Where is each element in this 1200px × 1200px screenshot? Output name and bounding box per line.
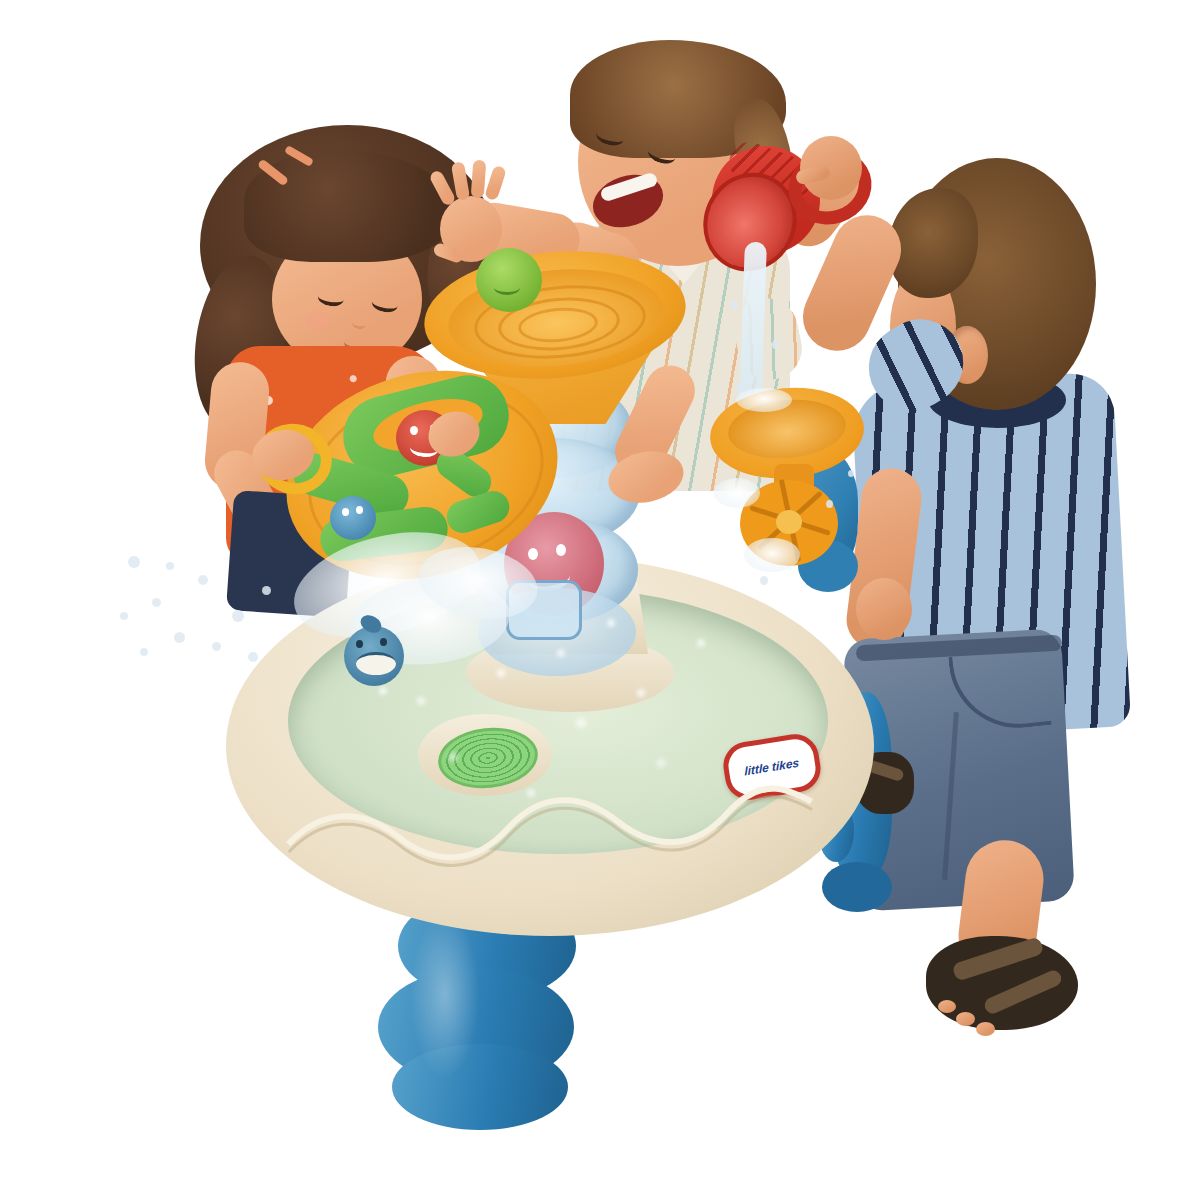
wheel-spoke	[779, 479, 801, 562]
table-rear-leg-bump	[818, 800, 854, 862]
boy-center-finger	[484, 165, 507, 201]
spray-droplet	[262, 586, 271, 595]
boy-center-finger	[428, 169, 456, 207]
blue-ball-eye	[342, 508, 349, 516]
funnel-bowl	[444, 261, 668, 375]
boy-center-eye-right	[646, 142, 678, 166]
boy-right-ear	[946, 326, 988, 384]
clamp-bracket	[790, 448, 858, 580]
clamp-bracket-knob	[798, 540, 858, 592]
ball-track-channel	[368, 389, 488, 461]
blue-ball-on-disc	[330, 496, 376, 540]
station-stem	[774, 464, 814, 498]
splash-foam	[346, 570, 514, 672]
wheel-splash	[714, 478, 760, 508]
boy-right-hand-down	[856, 578, 912, 640]
water-droplet	[826, 500, 833, 508]
water-droplet	[772, 340, 779, 349]
boy-right-sandal-strap	[951, 936, 1044, 982]
whale-eye	[380, 638, 387, 646]
boy-right-sleeve	[853, 303, 980, 427]
whale-fin	[358, 612, 385, 636]
girl-eye-right	[371, 294, 399, 314]
spray-droplet	[232, 610, 244, 622]
boy-right-toes	[976, 1022, 995, 1036]
girl-hand-on-handle	[248, 425, 318, 485]
girl-neck	[316, 352, 372, 384]
boy-right-hand-finger	[795, 165, 831, 186]
lazy-river-disc	[0, 0, 1200, 1200]
spray-droplet	[248, 652, 258, 662]
spray-droplet	[212, 642, 221, 651]
pedestal-base	[466, 634, 674, 712]
tube-window	[506, 580, 582, 640]
disc-handle	[248, 415, 340, 503]
spiral-tube-bulge-bottom	[478, 588, 636, 676]
spray-droplet	[166, 562, 174, 570]
table-water	[288, 588, 828, 854]
water-stream	[739, 242, 767, 411]
front-leg-bulge-bottom	[392, 1044, 568, 1130]
wheel-hub	[776, 510, 802, 534]
red-cup-body	[693, 127, 839, 273]
spray-droplet	[152, 598, 161, 607]
ball-inside-eye	[528, 548, 538, 560]
boy-center-eye-left	[594, 125, 625, 148]
red-ball-in-track	[396, 410, 454, 466]
ball-inside-tube	[504, 512, 604, 616]
girl-hair	[200, 125, 495, 365]
ball-inside-smile	[526, 563, 571, 594]
girl-hairclip	[284, 145, 314, 167]
spray-droplet	[120, 612, 128, 620]
ball-track	[335, 367, 517, 485]
boy-center-finger	[451, 161, 470, 201]
funnel-swirl	[496, 293, 622, 355]
girl-forearm-left	[206, 442, 288, 541]
wheel-spoke	[757, 491, 823, 551]
front-leg-bulge-top	[398, 892, 576, 1000]
boy-right-hand-on-cup	[800, 136, 862, 200]
paddle	[318, 504, 450, 563]
boy-center	[0, 0, 1200, 1200]
blue-ball-eye	[356, 506, 363, 514]
boy-right-leg	[954, 836, 1048, 979]
boy-center-hair-side	[729, 95, 801, 231]
splash-foam	[283, 514, 491, 655]
boy-center-mouth	[586, 166, 670, 236]
boy-center-palm	[440, 196, 502, 262]
red-ball-smile	[409, 439, 439, 459]
boy-right-sandal-strap	[982, 968, 1063, 1016]
water-effects	[0, 0, 1200, 1200]
girl-shorts	[226, 490, 354, 618]
pedestal-body	[490, 578, 648, 654]
fin	[431, 443, 497, 503]
wheel-splash	[744, 538, 800, 572]
boy-right-cheek	[890, 268, 956, 386]
girl-mouth	[343, 334, 375, 354]
red-ball-eye	[410, 426, 418, 435]
red-cup-assembly	[0, 0, 1200, 1200]
water-droplet	[736, 382, 745, 393]
front-leg-bulge-mid	[378, 968, 574, 1086]
wheel-spoke	[749, 505, 830, 536]
girl-face	[272, 228, 422, 370]
disc-body	[262, 340, 583, 610]
red-cup-opening	[688, 158, 813, 287]
boy-center-ear	[752, 160, 784, 208]
boy-center-collar	[634, 226, 730, 284]
red-cup-ridges	[724, 136, 818, 203]
funnel-swirl	[471, 279, 649, 366]
boy-right-collar	[928, 372, 1066, 428]
boy-right-toes	[938, 1000, 956, 1013]
brand-logo: little tikes	[720, 731, 824, 803]
front-leg-highlight	[410, 910, 480, 1080]
rim-wave-emboss	[268, 768, 828, 898]
funnel-splash	[736, 388, 792, 412]
boy-right	[0, 0, 1200, 1200]
water-sparkles	[0, 0, 2, 2]
ball-inside-eye	[556, 544, 566, 556]
girl-nose	[351, 317, 367, 330]
table-rear-leg-bump	[820, 738, 854, 796]
boy-center-forearm	[464, 199, 583, 270]
fin	[443, 487, 514, 537]
product-photo: little tikes	[0, 0, 1200, 1200]
boy-center-head	[578, 58, 778, 266]
station-funnel	[706, 381, 867, 484]
girl-arm-left	[203, 360, 272, 493]
water-wheel	[740, 480, 838, 566]
paddle	[288, 449, 413, 522]
drain-recess	[418, 714, 552, 796]
water-droplet	[848, 470, 854, 477]
boy-center-shirt	[556, 226, 790, 491]
funnel-swirl	[517, 305, 600, 346]
green-ball-in-funnel	[476, 248, 542, 312]
boy-right-neck	[936, 350, 1012, 398]
station-funnel-bowl	[726, 395, 849, 463]
spray-droplet	[128, 556, 140, 568]
girl-left	[0, 0, 1200, 1200]
spiral-tube-bulge	[482, 380, 632, 478]
whale-mouth	[356, 652, 396, 675]
red-ball-eye	[430, 424, 438, 433]
drain-cap	[435, 723, 541, 793]
boy-right-hair-front	[888, 188, 978, 298]
boy-right-forearm	[770, 151, 871, 258]
spiral-funnel-tower	[0, 0, 1200, 1200]
boy-center-finger	[471, 160, 487, 199]
boy-center-sleeve-left	[728, 292, 808, 386]
boy-right-upper-arm	[792, 204, 912, 361]
funnel-rim	[419, 241, 691, 389]
girl-hair-curl-left	[184, 250, 295, 436]
spray-droplet	[140, 648, 148, 656]
boy-right-toes	[956, 1012, 975, 1026]
girl-bangs	[244, 150, 454, 262]
girl-cheek	[306, 312, 332, 330]
girl-hair-curl-right	[421, 211, 513, 358]
table-rear-leg-foot	[822, 862, 892, 912]
table-basin	[226, 556, 874, 936]
boy-right-head	[898, 158, 1096, 410]
boy-center-hair	[570, 40, 786, 158]
boy-right-shorts-pocket	[948, 647, 1052, 735]
girl-arm-right	[375, 345, 476, 457]
girl-eye-left	[317, 288, 345, 307]
boy-right-shirt	[851, 371, 1131, 739]
spray-droplet	[174, 632, 185, 643]
red-cup-handle	[779, 139, 882, 235]
whale-ball	[344, 626, 404, 686]
boy-center-sleeve-arm	[542, 215, 647, 297]
water-table: little tikes	[0, 0, 1200, 1200]
girl-hairclip	[257, 158, 289, 186]
boy-right-sandal	[926, 936, 1078, 1030]
disc-inner-ring	[287, 362, 565, 592]
brand-logo-text: little tikes	[745, 756, 800, 779]
splash-foam	[413, 538, 543, 628]
spray-droplet	[198, 575, 208, 585]
water-droplet	[730, 300, 738, 310]
whale-eye	[356, 640, 363, 648]
girl-hand-on-disc	[422, 404, 486, 463]
table-front-leg	[0, 0, 1200, 1200]
boy-center-thumb	[432, 242, 465, 264]
water-wheel-station	[0, 0, 1200, 1200]
green-ball-smile	[494, 280, 520, 295]
spiral-tube-bulge	[470, 516, 638, 624]
boy-center-teeth	[599, 171, 658, 202]
water-droplet	[760, 576, 768, 585]
boy-right-shorts-seam	[942, 712, 959, 880]
girl-top	[226, 346, 438, 564]
